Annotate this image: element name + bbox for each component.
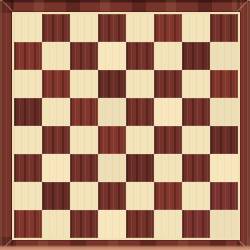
square-d2[interactable] xyxy=(98,182,126,210)
square-d3[interactable] xyxy=(98,154,126,182)
square-e3[interactable] xyxy=(126,154,154,182)
square-g5[interactable] xyxy=(182,98,210,126)
square-c6[interactable] xyxy=(70,70,98,98)
square-d8[interactable] xyxy=(98,14,126,42)
square-h6[interactable] xyxy=(210,70,238,98)
square-g3[interactable] xyxy=(182,154,210,182)
square-a1[interactable] xyxy=(14,210,42,238)
square-h5[interactable] xyxy=(210,98,238,126)
square-b7[interactable] xyxy=(42,42,70,70)
square-a2[interactable] xyxy=(14,182,42,210)
square-a3[interactable] xyxy=(14,154,42,182)
square-f2[interactable] xyxy=(154,182,182,210)
square-e5[interactable] xyxy=(126,98,154,126)
square-f5[interactable] xyxy=(154,98,182,126)
square-c4[interactable] xyxy=(70,126,98,154)
square-f1[interactable] xyxy=(154,210,182,238)
square-c7[interactable] xyxy=(70,42,98,70)
square-e4[interactable] xyxy=(126,126,154,154)
frame-bottom-bevel xyxy=(0,245,250,250)
square-b8[interactable] xyxy=(42,14,70,42)
square-a7[interactable] xyxy=(14,42,42,70)
square-b1[interactable] xyxy=(42,210,70,238)
square-h2[interactable] xyxy=(210,182,238,210)
square-h8[interactable] xyxy=(210,14,238,42)
board-inlay-border xyxy=(12,12,240,240)
square-e8[interactable] xyxy=(126,14,154,42)
square-g6[interactable] xyxy=(182,70,210,98)
square-c1[interactable] xyxy=(70,210,98,238)
board-grid xyxy=(14,14,238,238)
square-c8[interactable] xyxy=(70,14,98,42)
square-h7[interactable] xyxy=(210,42,238,70)
square-h4[interactable] xyxy=(210,126,238,154)
square-d6[interactable] xyxy=(98,70,126,98)
square-d7[interactable] xyxy=(98,42,126,70)
square-e1[interactable] xyxy=(126,210,154,238)
chessboard-photo xyxy=(0,0,250,250)
board-frame xyxy=(0,0,250,250)
square-b6[interactable] xyxy=(42,70,70,98)
square-c5[interactable] xyxy=(70,98,98,126)
square-c2[interactable] xyxy=(70,182,98,210)
square-d1[interactable] xyxy=(98,210,126,238)
square-b2[interactable] xyxy=(42,182,70,210)
square-e2[interactable] xyxy=(126,182,154,210)
square-b4[interactable] xyxy=(42,126,70,154)
square-a4[interactable] xyxy=(14,126,42,154)
square-g1[interactable] xyxy=(182,210,210,238)
square-g2[interactable] xyxy=(182,182,210,210)
square-f8[interactable] xyxy=(154,14,182,42)
square-h3[interactable] xyxy=(210,154,238,182)
square-f4[interactable] xyxy=(154,126,182,154)
square-g7[interactable] xyxy=(182,42,210,70)
square-d5[interactable] xyxy=(98,98,126,126)
square-f6[interactable] xyxy=(154,70,182,98)
square-g4[interactable] xyxy=(182,126,210,154)
square-e7[interactable] xyxy=(126,42,154,70)
square-c3[interactable] xyxy=(70,154,98,182)
square-f7[interactable] xyxy=(154,42,182,70)
square-h1[interactable] xyxy=(210,210,238,238)
square-d4[interactable] xyxy=(98,126,126,154)
square-b3[interactable] xyxy=(42,154,70,182)
square-a8[interactable] xyxy=(14,14,42,42)
square-f3[interactable] xyxy=(154,154,182,182)
square-a5[interactable] xyxy=(14,98,42,126)
square-e6[interactable] xyxy=(126,70,154,98)
square-b5[interactable] xyxy=(42,98,70,126)
square-a6[interactable] xyxy=(14,70,42,98)
square-g8[interactable] xyxy=(182,14,210,42)
